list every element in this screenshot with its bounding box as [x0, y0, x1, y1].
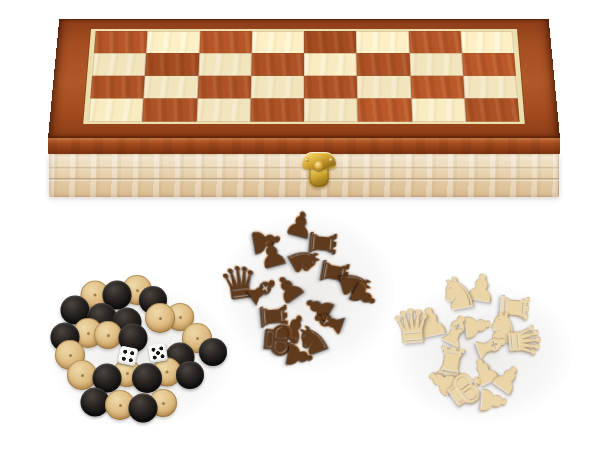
board-square — [146, 31, 199, 53]
board-square — [462, 53, 516, 75]
board-square — [90, 76, 145, 99]
chess-piece-dark-pawn: ♟ — [281, 338, 320, 374]
board-square — [145, 53, 199, 75]
checker-disc-black — [176, 361, 204, 389]
checker-disc-light — [145, 303, 175, 333]
board-square — [357, 76, 411, 99]
chess-piece-light-pawn: ♟ — [476, 384, 513, 417]
board-square — [408, 31, 461, 53]
board-square — [142, 98, 197, 121]
board-square — [357, 98, 411, 121]
board-square — [356, 31, 409, 53]
folded-chess-box — [48, 13, 560, 197]
board-square — [464, 98, 519, 121]
board-square — [92, 53, 146, 75]
board-square — [144, 76, 198, 99]
brass-clasp — [301, 152, 337, 194]
checker-disc-black — [199, 338, 227, 366]
board-square — [251, 53, 304, 75]
board-square — [251, 31, 304, 53]
board-square — [250, 98, 304, 121]
board-square — [304, 76, 357, 99]
board-square — [409, 53, 463, 75]
board-top-surface — [48, 19, 560, 138]
board-square — [198, 53, 251, 75]
board-square — [460, 31, 514, 53]
board-square — [251, 76, 304, 99]
die — [117, 345, 138, 366]
product-photo-scene: ♟♟♜♟♞♜♛♞♟♝♟♟♜♝♟♞♚♟♟♞♜♟♞♛♟♝♛♝♜♟♟♟♚♟ — [0, 0, 600, 450]
board-square — [410, 76, 464, 99]
board-square — [88, 98, 143, 121]
board-square — [94, 31, 148, 53]
board-grid — [88, 31, 519, 121]
board-square — [199, 31, 252, 53]
checker-disc-black — [129, 394, 158, 423]
checker-disc-black — [132, 363, 162, 393]
board-square — [304, 98, 358, 121]
clasp-knob — [314, 161, 324, 171]
board-border-line — [83, 29, 525, 124]
board-square — [197, 76, 251, 99]
board-square — [357, 53, 410, 75]
board-square — [304, 53, 357, 75]
board-square — [463, 76, 518, 99]
board-square — [304, 31, 357, 53]
board-square — [411, 98, 466, 121]
die — [148, 343, 169, 364]
board-square — [196, 98, 250, 121]
chess-piece-light-queen: ♛ — [389, 301, 434, 350]
